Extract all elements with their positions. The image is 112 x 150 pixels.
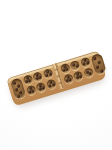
stone — [88, 72, 92, 76]
pit-bottom-2[interactable] — [36, 82, 47, 93]
stone — [17, 94, 21, 98]
stone — [68, 78, 72, 82]
mancala-board — [6, 51, 105, 104]
pit-top-6[interactable] — [80, 57, 91, 68]
stone — [31, 89, 35, 93]
stone — [52, 83, 56, 87]
board-half-left — [21, 67, 58, 97]
stone — [75, 64, 79, 68]
board-half-right — [59, 55, 96, 85]
pit-top-4[interactable] — [60, 63, 71, 74]
pit-top-3[interactable] — [43, 68, 54, 79]
pit-bottom-6[interactable] — [83, 67, 94, 78]
stone — [86, 61, 90, 65]
stone — [38, 76, 42, 80]
stone — [93, 56, 97, 60]
photo-background — [0, 0, 112, 150]
pit-bottom-3[interactable] — [46, 78, 57, 89]
stone — [96, 65, 100, 69]
stone — [48, 72, 52, 76]
stone — [28, 79, 32, 83]
stone — [79, 75, 83, 79]
pit-bottom-5[interactable] — [73, 70, 84, 81]
stone — [16, 84, 20, 88]
pit-top-1[interactable] — [22, 74, 33, 85]
pit-top-2[interactable] — [33, 71, 44, 82]
pit-top-5[interactable] — [70, 60, 81, 71]
stone — [100, 69, 104, 73]
stone — [65, 67, 69, 71]
stone — [97, 60, 101, 64]
pit-bottom-4[interactable] — [63, 73, 74, 84]
pit-bottom-1[interactable] — [26, 85, 37, 96]
stone — [41, 86, 45, 90]
stone — [18, 90, 22, 94]
